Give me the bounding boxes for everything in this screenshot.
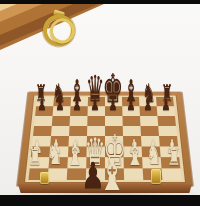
square-c6 [70,116,88,126]
piece-black-pawn-c7: ♟ [73,96,82,113]
piece-black-pawn-d7: ♟ [91,96,100,113]
piece-white-rook-h1: ♜ [167,144,181,169]
piece-black-pawn-h7: ♟ [161,96,170,113]
chess-set-photo: ♜♞♝♛♚♝♞♜♟♟♟♟♟♟♟♟♟♟♟♟♟♟♟♟♜♞♝♛♚♝♞♜♟♝ [0,0,200,206]
piece-white-bishop-f1: ♝ [126,138,144,170]
piece-white-knight-g1: ♞ [147,141,163,169]
square-e6 [105,116,123,126]
piece-black-pawn-b7: ♟ [55,96,64,113]
square-f6 [122,116,140,126]
piece-white-bishop-display: ♝ [98,153,126,197]
square-g6 [140,116,158,126]
letterbox-top [0,0,200,4]
piece-black-pawn-a7: ♟ [38,96,47,113]
square-b6 [52,116,70,126]
piece-black-pawn-g7: ♟ [144,96,153,113]
piece-white-knight-b1: ♞ [47,141,63,169]
square-h6 [157,116,176,126]
letterbox-bottom [0,195,200,206]
piece-black-pawn-e7: ♟ [108,96,117,113]
square-a6 [34,116,53,126]
piece-white-rook-a1: ♜ [28,144,42,169]
brass-hinge-left [40,172,49,184]
brass-hinge-right [151,169,161,184]
square-d6 [87,116,105,126]
piece-black-pawn-f7: ♟ [126,96,135,113]
